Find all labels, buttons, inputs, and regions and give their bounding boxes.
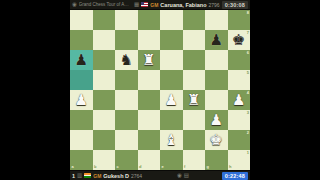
file-label-e: e — [162, 165, 164, 169]
square-f8[interactable] — [183, 10, 206, 30]
rank-label-1: 1 — [247, 151, 249, 155]
square-a5[interactable] — [70, 70, 93, 90]
top-player-name: Caruana, Fabiano — [160, 2, 206, 8]
square-e1[interactable]: e — [160, 150, 183, 170]
square-b6[interactable] — [93, 50, 116, 70]
india-flag-icon — [84, 173, 91, 178]
square-g1[interactable]: g — [205, 150, 228, 170]
square-h1[interactable]: 1h — [228, 150, 251, 170]
square-d1[interactable]: d — [138, 150, 161, 170]
square-f7[interactable] — [183, 30, 206, 50]
black-knight: ♞ — [120, 53, 133, 68]
square-f6[interactable] — [183, 50, 206, 70]
square-e8[interactable] — [160, 10, 183, 30]
white-rook: ♜ — [187, 93, 200, 108]
square-h4[interactable]: ♟4 — [228, 90, 251, 110]
rank-label-3: 3 — [247, 111, 249, 115]
square-b1[interactable]: b — [93, 150, 116, 170]
board-number: 1 — [72, 173, 75, 179]
square-c1[interactable]: c — [115, 150, 138, 170]
square-b3[interactable] — [93, 110, 116, 130]
square-f4[interactable]: ♜ — [183, 90, 206, 110]
rank-label-8: 8 — [247, 11, 249, 15]
bottom-player-name: Gukesh D — [103, 173, 129, 179]
square-d6[interactable]: ♜ — [138, 50, 161, 70]
square-c8[interactable] — [115, 10, 138, 30]
square-g7[interactable]: ♟ — [205, 30, 228, 50]
square-f5[interactable] — [183, 70, 206, 90]
square-f2[interactable] — [183, 130, 206, 150]
file-label-d: d — [139, 165, 141, 169]
square-h2[interactable]: 2 — [228, 130, 251, 150]
square-e4[interactable]: ♟ — [160, 90, 183, 110]
square-c3[interactable] — [115, 110, 138, 130]
viewers-icon[interactable]: ◉ — [177, 173, 182, 179]
white-pawn: ♟ — [165, 93, 178, 108]
camera-icon[interactable]: ▥ — [77, 173, 82, 179]
black-pawn: ♟ — [210, 33, 223, 48]
bottom-player-title: GM — [93, 173, 101, 179]
file-label-h: h — [229, 165, 231, 169]
square-c4[interactable] — [115, 90, 138, 110]
cast-icon[interactable]: ▦ — [134, 2, 139, 8]
video-frame: ◉ Grand Chess Tour of America ▦ GM Carua… — [0, 0, 320, 180]
square-h5[interactable]: 5 — [228, 70, 251, 90]
top-player-clock: 0:30:08 — [222, 1, 248, 9]
file-label-a: a — [72, 165, 74, 169]
square-b2[interactable] — [93, 130, 116, 150]
black-king: ♚ — [232, 33, 245, 48]
square-c2[interactable] — [115, 130, 138, 150]
white-pawn: ♟ — [75, 93, 88, 108]
chess-board: 8♟♚7♟♞♜65♟♟♜♟4♟3♝♚2abcdefg1h — [70, 10, 250, 170]
square-a4[interactable]: ♟ — [70, 90, 93, 110]
square-b4[interactable] — [93, 90, 116, 110]
bottom-player-clock: 0:22:48 — [222, 172, 248, 180]
menu-icon[interactable]: ◉ — [72, 2, 77, 8]
rank-label-2: 2 — [247, 131, 249, 135]
event-label: Grand Chess Tour of America — [79, 2, 132, 7]
black-pawn: ♟ — [75, 53, 88, 68]
top-player-title: GM — [150, 2, 158, 8]
white-bishop: ♝ — [165, 133, 178, 148]
square-g8[interactable] — [205, 10, 228, 30]
rank-label-7: 7 — [247, 31, 249, 35]
square-d2[interactable] — [138, 130, 161, 150]
square-c5[interactable] — [115, 70, 138, 90]
square-a7[interactable] — [70, 30, 93, 50]
square-g3[interactable]: ♟ — [205, 110, 228, 130]
square-c7[interactable] — [115, 30, 138, 50]
square-d5[interactable] — [138, 70, 161, 90]
square-e7[interactable] — [160, 30, 183, 50]
bottom-player-rating: 2764 — [131, 173, 142, 179]
square-e5[interactable] — [160, 70, 183, 90]
white-rook: ♜ — [142, 53, 155, 68]
file-label-f: f — [184, 165, 185, 169]
square-h8[interactable]: 8 — [228, 10, 251, 30]
white-king: ♚ — [210, 133, 223, 148]
top-player-bar: ◉ Grand Chess Tour of America ▦ GM Carua… — [70, 0, 250, 10]
square-b7[interactable] — [93, 30, 116, 50]
square-g5[interactable] — [205, 70, 228, 90]
file-label-c: c — [117, 165, 119, 169]
white-pawn: ♟ — [232, 93, 245, 108]
square-h7[interactable]: ♚7 — [228, 30, 251, 50]
square-d3[interactable] — [138, 110, 161, 130]
square-e2[interactable]: ♝ — [160, 130, 183, 150]
white-pawn: ♟ — [210, 113, 223, 128]
rank-label-5: 5 — [247, 71, 249, 75]
bottom-player-bar: 1 ▥ GM Gukesh D 2764 ◉ ▤ 0:22:48 — [70, 170, 250, 180]
square-g4[interactable] — [205, 90, 228, 110]
square-d8[interactable] — [138, 10, 161, 30]
broadcast-content: ◉ Grand Chess Tour of America ▦ GM Carua… — [70, 0, 250, 180]
square-c6[interactable]: ♞ — [115, 50, 138, 70]
file-label-b: b — [94, 165, 96, 169]
us-flag-icon — [141, 2, 148, 7]
file-label-g: g — [207, 165, 209, 169]
square-b8[interactable] — [93, 10, 116, 30]
rank-label-4: 4 — [247, 91, 249, 95]
square-h3[interactable]: 3 — [228, 110, 251, 130]
letterbox-right — [250, 0, 320, 180]
square-a3[interactable] — [70, 110, 93, 130]
top-player-rating: 2796 — [209, 2, 220, 8]
square-f3[interactable] — [183, 110, 206, 130]
letterbox-left — [0, 0, 70, 180]
square-a8[interactable] — [70, 10, 93, 30]
square-e6[interactable] — [160, 50, 183, 70]
square-a2[interactable] — [70, 130, 93, 150]
square-g6[interactable] — [205, 50, 228, 70]
square-a1[interactable]: a — [70, 150, 93, 170]
square-a6[interactable]: ♟ — [70, 50, 93, 70]
square-g2[interactable]: ♚ — [205, 130, 228, 150]
square-e3[interactable] — [160, 110, 183, 130]
square-f1[interactable]: f — [183, 150, 206, 170]
stats-icon[interactable]: ▤ — [184, 173, 189, 179]
square-d7[interactable] — [138, 30, 161, 50]
rank-label-6: 6 — [247, 51, 249, 55]
square-h6[interactable]: 6 — [228, 50, 251, 70]
square-d4[interactable] — [138, 90, 161, 110]
square-b5[interactable] — [93, 70, 116, 90]
